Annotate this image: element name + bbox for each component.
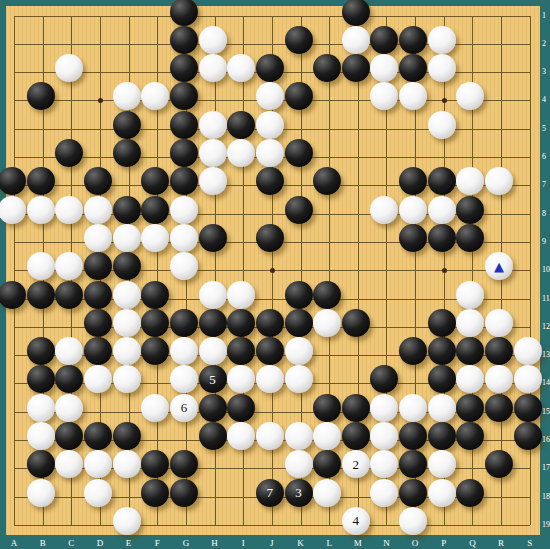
stone-black[interactable] bbox=[141, 450, 169, 478]
stone-black[interactable]: 5 bbox=[199, 365, 227, 393]
stone-white[interactable] bbox=[370, 422, 398, 450]
stone-black[interactable] bbox=[313, 167, 341, 195]
column-label: S bbox=[527, 539, 532, 548]
stone-white[interactable] bbox=[285, 365, 313, 393]
stone-white[interactable] bbox=[285, 450, 313, 478]
stone-white[interactable] bbox=[84, 450, 112, 478]
stone-black[interactable] bbox=[399, 54, 427, 82]
stone-white[interactable] bbox=[113, 309, 141, 337]
stone-black[interactable] bbox=[514, 422, 542, 450]
stone-white[interactable] bbox=[170, 252, 198, 280]
stone-white[interactable] bbox=[113, 337, 141, 365]
stone-black[interactable] bbox=[55, 365, 83, 393]
stone-white[interactable] bbox=[199, 139, 227, 167]
stone-white[interactable] bbox=[428, 394, 456, 422]
stone-white[interactable] bbox=[313, 309, 341, 337]
stone-black[interactable] bbox=[141, 479, 169, 507]
stone-black[interactable] bbox=[113, 196, 141, 224]
stone-black[interactable] bbox=[456, 196, 484, 224]
move-number-label: 5 bbox=[209, 373, 216, 386]
stone-white[interactable] bbox=[27, 196, 55, 224]
row-label: 19 bbox=[542, 521, 550, 529]
stone-black[interactable] bbox=[0, 281, 26, 309]
stone-white[interactable] bbox=[399, 394, 427, 422]
stone-white[interactable] bbox=[199, 54, 227, 82]
stone-black[interactable] bbox=[141, 167, 169, 195]
stone-black[interactable] bbox=[256, 54, 284, 82]
stone-white[interactable] bbox=[199, 281, 227, 309]
stone-black[interactable] bbox=[256, 309, 284, 337]
stone-white[interactable] bbox=[399, 507, 427, 535]
column-label: F bbox=[155, 539, 160, 548]
stone-black[interactable]: 3 bbox=[285, 479, 313, 507]
stone-white[interactable] bbox=[113, 224, 141, 252]
stone-white[interactable] bbox=[370, 54, 398, 82]
stone-white[interactable] bbox=[428, 26, 456, 54]
go-board-app: ▲562734 ABCDEFGHIJKLMNOPQRS 123456789101… bbox=[0, 0, 550, 549]
stone-black[interactable] bbox=[370, 365, 398, 393]
stone-black[interactable] bbox=[428, 167, 456, 195]
stone-black[interactable] bbox=[84, 167, 112, 195]
column-label: P bbox=[441, 539, 446, 548]
stone-white[interactable] bbox=[485, 167, 513, 195]
stone-white[interactable] bbox=[27, 394, 55, 422]
stone-black[interactable] bbox=[256, 337, 284, 365]
row-label: 12 bbox=[542, 323, 550, 331]
stone-white[interactable] bbox=[170, 224, 198, 252]
stone-white[interactable] bbox=[370, 479, 398, 507]
stone-black[interactable] bbox=[55, 422, 83, 450]
stone-white[interactable] bbox=[227, 139, 255, 167]
stone-white[interactable] bbox=[27, 422, 55, 450]
stone-black[interactable] bbox=[285, 196, 313, 224]
stone-black[interactable] bbox=[141, 309, 169, 337]
column-label: H bbox=[211, 539, 218, 548]
column-label: Q bbox=[469, 539, 476, 548]
row-label: 8 bbox=[542, 210, 546, 218]
stone-black[interactable] bbox=[27, 281, 55, 309]
stone-white[interactable] bbox=[256, 422, 284, 450]
stone-white[interactable] bbox=[456, 365, 484, 393]
move-number-label: 3 bbox=[295, 486, 302, 499]
stone-black[interactable] bbox=[399, 479, 427, 507]
stone-black[interactable] bbox=[170, 139, 198, 167]
stone-black[interactable] bbox=[256, 224, 284, 252]
stone-white[interactable] bbox=[313, 422, 341, 450]
stone-white[interactable] bbox=[84, 479, 112, 507]
stone-black[interactable] bbox=[313, 450, 341, 478]
stone-black[interactable] bbox=[399, 337, 427, 365]
go-board[interactable]: ▲562734 bbox=[6, 6, 540, 535]
stone-black[interactable] bbox=[485, 394, 513, 422]
stone-white[interactable] bbox=[113, 450, 141, 478]
stone-black[interactable] bbox=[256, 167, 284, 195]
stone-white[interactable] bbox=[456, 281, 484, 309]
stone-black[interactable] bbox=[170, 54, 198, 82]
stone-black[interactable] bbox=[456, 224, 484, 252]
stone-black[interactable] bbox=[485, 337, 513, 365]
stone-white[interactable] bbox=[256, 82, 284, 110]
stone-white[interactable] bbox=[485, 365, 513, 393]
stone-white[interactable] bbox=[55, 54, 83, 82]
stone-black[interactable] bbox=[227, 337, 255, 365]
stone-black[interactable] bbox=[399, 26, 427, 54]
column-label: N bbox=[383, 539, 390, 548]
stone-black[interactable] bbox=[428, 309, 456, 337]
stone-black[interactable] bbox=[55, 139, 83, 167]
stone-black[interactable] bbox=[55, 281, 83, 309]
stone-black[interactable] bbox=[428, 422, 456, 450]
stone-black[interactable] bbox=[84, 281, 112, 309]
stone-black[interactable] bbox=[199, 422, 227, 450]
row-label: 14 bbox=[542, 379, 550, 387]
move-number-label: 4 bbox=[353, 514, 360, 527]
stone-black[interactable] bbox=[399, 422, 427, 450]
column-label: C bbox=[68, 539, 74, 548]
row-label: 13 bbox=[542, 351, 550, 359]
row-label: 16 bbox=[542, 436, 550, 444]
stone-black[interactable] bbox=[456, 394, 484, 422]
stone-white[interactable] bbox=[84, 365, 112, 393]
stone-black[interactable] bbox=[285, 82, 313, 110]
stone-white[interactable] bbox=[113, 507, 141, 535]
stone-white[interactable] bbox=[256, 365, 284, 393]
stone-black[interactable] bbox=[170, 111, 198, 139]
row-label: 3 bbox=[542, 68, 546, 76]
stone-black[interactable] bbox=[84, 252, 112, 280]
row-label: 2 bbox=[542, 40, 546, 48]
column-label: M bbox=[354, 539, 362, 548]
column-label: D bbox=[97, 539, 104, 548]
star-point bbox=[442, 268, 447, 273]
stone-black[interactable] bbox=[170, 167, 198, 195]
stone-white[interactable] bbox=[256, 111, 284, 139]
stone-black[interactable] bbox=[456, 337, 484, 365]
stone-white[interactable] bbox=[141, 224, 169, 252]
stone-white[interactable] bbox=[285, 422, 313, 450]
stone-black[interactable] bbox=[0, 167, 26, 195]
stone-black[interactable] bbox=[199, 394, 227, 422]
stone-black[interactable] bbox=[27, 450, 55, 478]
stone-white[interactable] bbox=[456, 167, 484, 195]
stone-white[interactable] bbox=[256, 139, 284, 167]
stone-white[interactable] bbox=[342, 26, 370, 54]
stone-black[interactable] bbox=[141, 281, 169, 309]
column-label: K bbox=[297, 539, 304, 548]
stone-white[interactable] bbox=[399, 82, 427, 110]
stone-black[interactable] bbox=[170, 309, 198, 337]
stone-black[interactable] bbox=[399, 224, 427, 252]
stone-black[interactable] bbox=[27, 82, 55, 110]
stone-black[interactable] bbox=[428, 337, 456, 365]
star-point bbox=[442, 98, 447, 103]
column-label: L bbox=[326, 539, 332, 548]
column-label: J bbox=[270, 539, 274, 548]
stone-white[interactable] bbox=[199, 167, 227, 195]
stone-white[interactable] bbox=[370, 450, 398, 478]
stone-black[interactable] bbox=[199, 224, 227, 252]
stone-white[interactable] bbox=[113, 281, 141, 309]
stone-white[interactable] bbox=[456, 309, 484, 337]
stone-white[interactable]: 4 bbox=[342, 507, 370, 535]
row-label: 4 bbox=[542, 96, 546, 104]
stone-black[interactable] bbox=[285, 309, 313, 337]
stone-white[interactable] bbox=[227, 281, 255, 309]
stone-black[interactable] bbox=[113, 422, 141, 450]
stone-black[interactable] bbox=[399, 167, 427, 195]
stone-white[interactable] bbox=[227, 422, 255, 450]
stone-black[interactable] bbox=[113, 139, 141, 167]
stone-black[interactable] bbox=[27, 365, 55, 393]
stone-white[interactable] bbox=[55, 252, 83, 280]
stone-black[interactable] bbox=[313, 394, 341, 422]
stone-white[interactable] bbox=[55, 450, 83, 478]
stone-white[interactable] bbox=[428, 54, 456, 82]
stone-black[interactable] bbox=[456, 479, 484, 507]
row-label: 5 bbox=[542, 125, 546, 133]
column-label: E bbox=[126, 539, 132, 548]
stone-black[interactable] bbox=[170, 26, 198, 54]
column-label: O bbox=[412, 539, 419, 548]
stone-white[interactable] bbox=[370, 196, 398, 224]
stone-black[interactable] bbox=[285, 139, 313, 167]
stone-white[interactable]: ▲ bbox=[485, 252, 513, 280]
stone-white[interactable] bbox=[227, 54, 255, 82]
column-label: R bbox=[498, 539, 504, 548]
stone-white[interactable] bbox=[170, 337, 198, 365]
stone-white[interactable] bbox=[514, 365, 542, 393]
stone-black[interactable] bbox=[285, 281, 313, 309]
row-label: 7 bbox=[542, 181, 546, 189]
stone-black[interactable] bbox=[141, 196, 169, 224]
stone-white[interactable] bbox=[55, 337, 83, 365]
stone-black[interactable] bbox=[84, 337, 112, 365]
stone-black[interactable]: 7 bbox=[256, 479, 284, 507]
stone-black[interactable] bbox=[342, 309, 370, 337]
stone-black[interactable] bbox=[428, 224, 456, 252]
stone-white[interactable]: 2 bbox=[342, 450, 370, 478]
stone-white[interactable] bbox=[0, 196, 26, 224]
stone-white[interactable] bbox=[113, 82, 141, 110]
stone-white[interactable] bbox=[199, 337, 227, 365]
move-number-label: 7 bbox=[267, 486, 274, 499]
stone-black[interactable] bbox=[84, 309, 112, 337]
triangle-marker-icon: ▲ bbox=[494, 260, 504, 273]
stone-black[interactable] bbox=[199, 309, 227, 337]
stone-black[interactable] bbox=[313, 54, 341, 82]
stone-black[interactable] bbox=[170, 450, 198, 478]
stone-white[interactable] bbox=[170, 196, 198, 224]
row-label: 17 bbox=[542, 464, 550, 472]
stone-black[interactable] bbox=[456, 422, 484, 450]
stone-white[interactable] bbox=[227, 365, 255, 393]
stone-white[interactable] bbox=[428, 479, 456, 507]
stone-white[interactable] bbox=[514, 337, 542, 365]
stone-black[interactable] bbox=[514, 394, 542, 422]
stone-black[interactable] bbox=[227, 309, 255, 337]
stone-white[interactable] bbox=[170, 365, 198, 393]
stone-black[interactable] bbox=[84, 422, 112, 450]
row-label: 6 bbox=[542, 153, 546, 161]
stone-white[interactable] bbox=[84, 224, 112, 252]
stone-white[interactable] bbox=[27, 252, 55, 280]
stone-white[interactable] bbox=[428, 450, 456, 478]
column-label: G bbox=[183, 539, 190, 548]
stone-black[interactable] bbox=[285, 26, 313, 54]
row-label: 18 bbox=[542, 493, 550, 501]
stone-black[interactable] bbox=[27, 337, 55, 365]
move-number-label: 6 bbox=[181, 401, 188, 414]
move-number-label: 2 bbox=[353, 458, 360, 471]
stone-white[interactable] bbox=[199, 111, 227, 139]
stone-white[interactable] bbox=[113, 365, 141, 393]
stone-black[interactable] bbox=[113, 111, 141, 139]
row-label: 1 bbox=[542, 12, 546, 20]
stone-white[interactable] bbox=[55, 196, 83, 224]
stone-white[interactable] bbox=[199, 26, 227, 54]
column-label: A bbox=[11, 539, 18, 548]
stone-black[interactable] bbox=[399, 450, 427, 478]
stone-black[interactable] bbox=[342, 394, 370, 422]
row-label: 10 bbox=[542, 266, 550, 274]
stone-white[interactable] bbox=[485, 309, 513, 337]
stone-white[interactable] bbox=[428, 111, 456, 139]
stone-white[interactable] bbox=[313, 479, 341, 507]
stone-white[interactable] bbox=[456, 82, 484, 110]
stone-black[interactable] bbox=[170, 0, 198, 26]
row-label: 15 bbox=[542, 408, 550, 416]
stone-black[interactable] bbox=[428, 365, 456, 393]
column-label: B bbox=[40, 539, 46, 548]
stone-black[interactable] bbox=[27, 167, 55, 195]
stone-black[interactable] bbox=[342, 0, 370, 26]
stone-black[interactable] bbox=[313, 281, 341, 309]
stone-white[interactable] bbox=[285, 337, 313, 365]
stone-white[interactable] bbox=[370, 82, 398, 110]
stone-black[interactable] bbox=[227, 111, 255, 139]
stone-black[interactable] bbox=[227, 394, 255, 422]
stone-white[interactable] bbox=[141, 394, 169, 422]
stone-black[interactable] bbox=[113, 252, 141, 280]
stone-white[interactable] bbox=[84, 196, 112, 224]
stone-black[interactable] bbox=[170, 82, 198, 110]
stone-black[interactable] bbox=[342, 422, 370, 450]
stone-white[interactable] bbox=[428, 196, 456, 224]
star-point bbox=[98, 98, 103, 103]
stone-white[interactable]: 6 bbox=[170, 394, 198, 422]
stone-white[interactable] bbox=[27, 479, 55, 507]
column-label: I bbox=[242, 539, 245, 548]
row-label: 9 bbox=[542, 238, 546, 246]
stone-white[interactable] bbox=[370, 394, 398, 422]
star-point bbox=[270, 268, 275, 273]
row-label: 11 bbox=[542, 295, 550, 303]
stone-black[interactable] bbox=[170, 479, 198, 507]
stone-white[interactable] bbox=[141, 82, 169, 110]
stone-white[interactable] bbox=[55, 394, 83, 422]
stone-black[interactable] bbox=[485, 450, 513, 478]
stone-black[interactable] bbox=[141, 337, 169, 365]
grid-line-h bbox=[14, 525, 530, 526]
stone-white[interactable] bbox=[399, 196, 427, 224]
stone-black[interactable] bbox=[342, 54, 370, 82]
stone-black[interactable] bbox=[370, 26, 398, 54]
